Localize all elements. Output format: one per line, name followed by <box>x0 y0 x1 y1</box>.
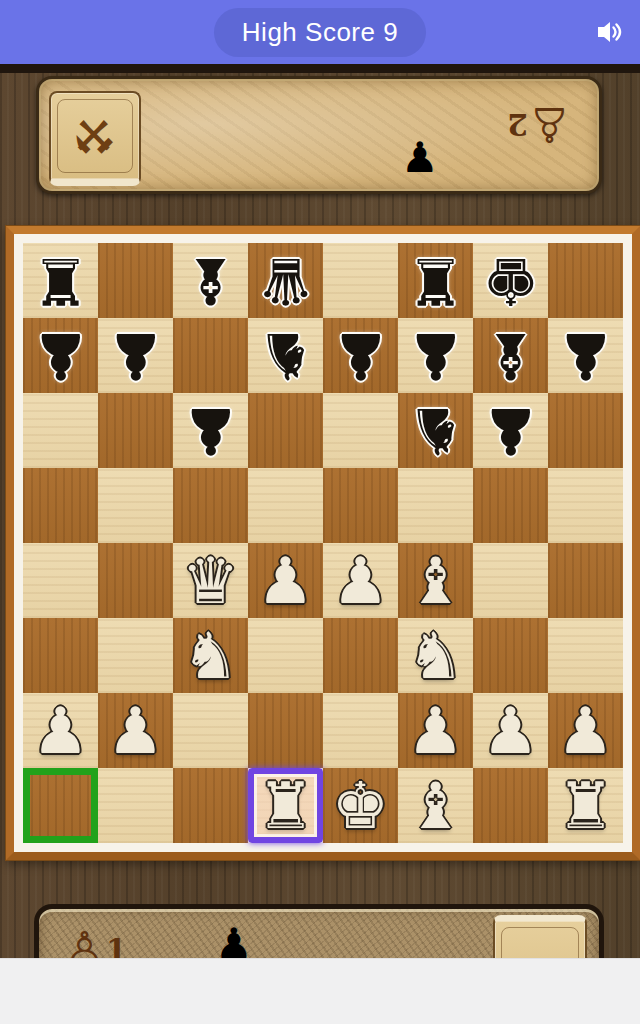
square-d5[interactable] <box>248 468 323 543</box>
square-e7[interactable]: ♟ <box>323 318 398 393</box>
square-a5[interactable] <box>23 468 98 543</box>
opponent-captured-pieces: ♟ <box>401 137 439 179</box>
piece-black-rook-a8[interactable]: ♜ <box>32 249 89 313</box>
piece-black-knight-d7[interactable]: ♞ <box>257 324 314 388</box>
menu-tools-button[interactable]: ⚒ <box>49 91 141 186</box>
piece-black-pawn-h7[interactable]: ♟ <box>557 324 614 388</box>
square-g4[interactable] <box>473 543 548 618</box>
square-b5[interactable] <box>98 468 173 543</box>
piece-black-bishop-g7[interactable]: ♝ <box>482 324 539 388</box>
piece-black-knight-f6[interactable]: ♞ <box>407 399 464 463</box>
square-g2[interactable]: ♟ <box>473 693 548 768</box>
piece-white-pawn-b2[interactable]: ♟ <box>107 699 164 763</box>
square-a8[interactable]: ♜ <box>23 243 98 318</box>
piece-black-rook-f8[interactable]: ♜ <box>407 249 464 313</box>
piece-white-pawn-g2[interactable]: ♟ <box>482 699 539 763</box>
square-d4[interactable]: ♟ <box>248 543 323 618</box>
square-d3[interactable] <box>248 618 323 693</box>
captured-white-pawn: ♟ <box>401 133 439 182</box>
wood-shadow-strip <box>0 64 640 73</box>
square-g6[interactable]: ♟ <box>473 393 548 468</box>
square-b2[interactable]: ♟ <box>98 693 173 768</box>
sound-on-icon[interactable] <box>596 18 624 46</box>
square-a2[interactable]: ♟ <box>23 693 98 768</box>
square-h4[interactable] <box>548 543 623 618</box>
square-h3[interactable] <box>548 618 623 693</box>
bottom-banner-area <box>0 958 640 1024</box>
pawn-outline-icon: ♙ <box>528 101 571 149</box>
high-score-badge: High Score 9 <box>214 8 426 57</box>
square-b1[interactable] <box>98 768 173 843</box>
piece-white-pawn-h2[interactable]: ♟ <box>557 699 614 763</box>
square-c3[interactable]: ♞ <box>173 618 248 693</box>
square-c7[interactable] <box>173 318 248 393</box>
square-e4[interactable]: ♟ <box>323 543 398 618</box>
square-c6[interactable]: ♟ <box>173 393 248 468</box>
square-a1[interactable] <box>23 768 98 843</box>
square-b6[interactable] <box>98 393 173 468</box>
square-f3[interactable]: ♞ <box>398 618 473 693</box>
piece-white-pawn-f2[interactable]: ♟ <box>407 699 464 763</box>
square-f2[interactable]: ♟ <box>398 693 473 768</box>
square-f5[interactable] <box>398 468 473 543</box>
square-d2[interactable] <box>248 693 323 768</box>
square-f6[interactable]: ♞ <box>398 393 473 468</box>
piece-black-pawn-a7[interactable]: ♟ <box>32 324 89 388</box>
square-f1[interactable]: ♝ <box>398 768 473 843</box>
square-c1[interactable] <box>173 768 248 843</box>
square-a3[interactable] <box>23 618 98 693</box>
square-h1[interactable]: ♜ <box>548 768 623 843</box>
square-h8[interactable] <box>548 243 623 318</box>
square-f7[interactable]: ♟ <box>398 318 473 393</box>
piece-black-queen-d8[interactable]: ♛ <box>257 249 314 313</box>
square-h6[interactable] <box>548 393 623 468</box>
square-c5[interactable] <box>173 468 248 543</box>
piece-white-knight-f3[interactable]: ♞ <box>407 624 464 688</box>
app-header: High Score 9 <box>0 0 640 64</box>
piece-black-pawn-c6[interactable]: ♟ <box>182 399 239 463</box>
square-b7[interactable]: ♟ <box>98 318 173 393</box>
piece-white-king-e1[interactable]: ♚ <box>332 774 389 838</box>
square-d7[interactable]: ♞ <box>248 318 323 393</box>
square-e5[interactable] <box>323 468 398 543</box>
piece-white-pawn-e4[interactable]: ♟ <box>332 549 389 613</box>
piece-white-queen-c4[interactable]: ♛ <box>182 549 239 613</box>
square-d1[interactable]: ♜ <box>248 768 323 843</box>
square-b4[interactable] <box>98 543 173 618</box>
square-g8[interactable]: ♚ <box>473 243 548 318</box>
square-c2[interactable] <box>173 693 248 768</box>
piece-white-pawn-a2[interactable]: ♟ <box>32 699 89 763</box>
piece-black-bishop-c8[interactable]: ♝ <box>182 249 239 313</box>
square-h7[interactable]: ♟ <box>548 318 623 393</box>
square-b8[interactable] <box>98 243 173 318</box>
square-f4[interactable]: ♝ <box>398 543 473 618</box>
piece-white-knight-c3[interactable]: ♞ <box>182 624 239 688</box>
square-d6[interactable] <box>248 393 323 468</box>
square-d8[interactable]: ♛ <box>248 243 323 318</box>
piece-white-bishop-f4[interactable]: ♝ <box>407 549 464 613</box>
piece-white-bishop-f1[interactable]: ♝ <box>407 774 464 838</box>
piece-black-pawn-f7[interactable]: ♟ <box>407 324 464 388</box>
square-e8[interactable] <box>323 243 398 318</box>
square-c8[interactable]: ♝ <box>173 243 248 318</box>
square-e3[interactable] <box>323 618 398 693</box>
square-b3[interactable] <box>98 618 173 693</box>
square-g1[interactable] <box>473 768 548 843</box>
square-c4[interactable]: ♛ <box>173 543 248 618</box>
square-e6[interactable] <box>323 393 398 468</box>
square-f8[interactable]: ♜ <box>398 243 473 318</box>
chess-board: ♜♝♛♜♚♟♟♞♟♟♝♟♟♞♟♛♟♟♝♞♞♟♟♟♟♟♜♚♝♜ <box>6 226 640 860</box>
square-g5[interactable] <box>473 468 548 543</box>
square-g7[interactable]: ♝ <box>473 318 548 393</box>
board-grid: ♜♝♛♜♚♟♟♞♟♟♝♟♟♞♟♛♟♟♝♞♞♟♟♟♟♟♜♚♝♜ <box>23 243 623 843</box>
piece-black-pawn-e7[interactable]: ♟ <box>332 324 389 388</box>
piece-black-pawn-g6[interactable]: ♟ <box>482 399 539 463</box>
player-2-number: 2 <box>507 108 528 143</box>
square-h5[interactable] <box>548 468 623 543</box>
square-e2[interactable] <box>323 693 398 768</box>
square-e1[interactable]: ♚ <box>323 768 398 843</box>
square-g3[interactable] <box>473 618 548 693</box>
piece-white-rook-h1[interactable]: ♜ <box>557 774 614 838</box>
piece-white-pawn-d4[interactable]: ♟ <box>257 549 314 613</box>
square-a7[interactable]: ♟ <box>23 318 98 393</box>
piece-white-rook-d1[interactable]: ♜ <box>257 774 314 838</box>
piece-black-pawn-b7[interactable]: ♟ <box>107 324 164 388</box>
hammer-wrench-icon: ⚒ <box>74 113 115 159</box>
square-a6[interactable] <box>23 393 98 468</box>
square-a4[interactable] <box>23 543 98 618</box>
player-2-badge: ♙ 2 <box>507 101 571 149</box>
opponent-tray: ⚒ ♟ ♙ 2 <box>36 76 602 194</box>
piece-black-king-g8[interactable]: ♚ <box>482 249 539 313</box>
square-h2[interactable]: ♟ <box>548 693 623 768</box>
